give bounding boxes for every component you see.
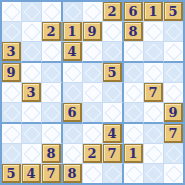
given-tile: 8 [124, 22, 143, 41]
cell-r2c5: 9 [83, 22, 103, 42]
cell-diamond-pattern [104, 84, 121, 101]
cell-diamond-pattern [165, 23, 182, 40]
given-tile: 3 [2, 42, 21, 61]
cell-diamond-pattern [165, 43, 182, 60]
cell-diamond-pattern [145, 43, 162, 60]
cell-diamond-pattern [23, 145, 40, 162]
cell-r7c3[interactable] [42, 124, 63, 144]
cell-diamond-pattern [64, 3, 81, 20]
cell-diamond-pattern [3, 104, 20, 121]
cell-diamond-pattern [165, 64, 182, 81]
cell-r9c3: 7 [42, 164, 63, 183]
cell-r6c4: 6 [63, 103, 83, 124]
cell-r2c9[interactable] [164, 22, 183, 42]
given-tile: 1 [144, 2, 163, 21]
cell-r9c2: 4 [22, 164, 42, 183]
cell-diamond-pattern [43, 125, 60, 142]
cell-diamond-pattern [84, 125, 101, 142]
cell-r5c7[interactable] [124, 83, 144, 103]
cell-r8c4[interactable] [63, 144, 83, 164]
cell-diamond-pattern [84, 3, 101, 20]
cell-r5c8: 7 [144, 83, 164, 103]
given-tile: 2 [103, 2, 122, 21]
cell-r7c7[interactable] [124, 124, 144, 144]
cell-r5c2: 3 [22, 83, 42, 103]
cell-diamond-pattern [145, 145, 162, 162]
cell-r1c4[interactable] [63, 2, 83, 22]
cell-r4c9[interactable] [164, 63, 183, 83]
cell-r1c5[interactable] [83, 2, 103, 22]
cell-r6c7[interactable] [124, 103, 144, 124]
cell-r2c7: 8 [124, 22, 144, 42]
given-tile: 7 [144, 83, 163, 102]
cell-diamond-pattern [84, 84, 101, 101]
cell-r3c7[interactable] [124, 42, 144, 63]
cell-r1c3[interactable] [42, 2, 63, 22]
cell-diamond-pattern [43, 3, 60, 20]
cell-r3c2[interactable] [22, 42, 42, 63]
cell-diamond-pattern [3, 84, 20, 101]
cell-r7c8[interactable] [144, 124, 164, 144]
cell-r3c6[interactable] [103, 42, 124, 63]
cell-r7c4[interactable] [63, 124, 83, 144]
given-tile: 7 [164, 124, 183, 143]
cell-r4c7[interactable] [124, 63, 144, 83]
cell-diamond-pattern [165, 145, 182, 162]
cell-r6c1[interactable] [2, 103, 22, 124]
given-tile: 2 [83, 144, 102, 163]
cell-r2c3: 2 [42, 22, 63, 42]
cell-r7c9: 7 [164, 124, 183, 144]
cell-diamond-pattern [23, 125, 40, 142]
cell-diamond-pattern [104, 43, 121, 60]
cell-r2c4: 1 [63, 22, 83, 42]
cell-r1c6: 2 [103, 2, 124, 22]
given-tile: 8 [63, 164, 82, 183]
cell-r5c9[interactable] [164, 83, 183, 103]
given-tile: 7 [42, 164, 61, 183]
cell-diamond-pattern [23, 104, 40, 121]
cell-r3c9[interactable] [164, 42, 183, 63]
cell-r9c6[interactable] [103, 164, 124, 183]
cell-diamond-pattern [23, 23, 40, 40]
cell-diamond-pattern [145, 64, 162, 81]
cell-diamond-pattern [145, 165, 162, 182]
cell-r7c2[interactable] [22, 124, 42, 144]
cell-diamond-pattern [3, 125, 20, 142]
cell-r6c9: 9 [164, 103, 183, 124]
cell-r2c1[interactable] [2, 22, 22, 42]
cell-r3c8[interactable] [144, 42, 164, 63]
given-tile: 7 [103, 144, 122, 163]
given-tile: 5 [164, 2, 183, 21]
cell-diamond-pattern [165, 84, 182, 101]
cell-r4c5[interactable] [83, 63, 103, 83]
given-tile: 5 [2, 164, 21, 183]
cell-r6c6[interactable] [103, 103, 124, 124]
given-tile: 8 [42, 144, 61, 163]
cell-diamond-pattern [84, 64, 101, 81]
cell-r8c6: 7 [103, 144, 124, 164]
given-tile: 9 [83, 22, 102, 41]
given-tile: 1 [63, 22, 82, 41]
cell-r6c5[interactable] [83, 103, 103, 124]
cell-diamond-pattern [125, 165, 142, 182]
cell-r4c6: 5 [103, 63, 124, 83]
cell-r9c4: 8 [63, 164, 83, 183]
cell-r3c3[interactable] [42, 42, 63, 63]
cell-r8c1[interactable] [2, 144, 22, 164]
cell-r4c1: 9 [2, 63, 22, 83]
cell-r2c6[interactable] [103, 22, 124, 42]
cell-diamond-pattern [23, 3, 40, 20]
cell-r4c2[interactable] [22, 63, 42, 83]
cell-r5c5[interactable] [83, 83, 103, 103]
cell-r7c1[interactable] [2, 124, 22, 144]
cell-diamond-pattern [43, 64, 60, 81]
cell-diamond-pattern [104, 104, 121, 121]
cell-r1c2[interactable] [22, 2, 42, 22]
cell-r2c2[interactable] [22, 22, 42, 42]
cell-diamond-pattern [145, 125, 162, 142]
cell-diamond-pattern [3, 3, 20, 20]
cell-diamond-pattern [43, 104, 60, 121]
cell-diamond-pattern [104, 165, 121, 182]
cell-diamond-pattern [23, 43, 40, 60]
cell-r9c8[interactable] [144, 164, 164, 183]
cell-r5c3[interactable] [42, 83, 63, 103]
cell-diamond-pattern [3, 145, 20, 162]
cell-diamond-pattern [104, 23, 121, 40]
cell-r4c3[interactable] [42, 63, 63, 83]
cell-r1c8: 1 [144, 2, 164, 22]
cell-diamond-pattern [125, 104, 142, 121]
cell-diamond-pattern [43, 43, 60, 60]
cell-diamond-pattern [125, 43, 142, 60]
cell-diamond-pattern [145, 104, 162, 121]
cell-r4c8[interactable] [144, 63, 164, 83]
given-tile: 9 [2, 63, 21, 82]
cell-diamond-pattern [64, 64, 81, 81]
cell-r9c1: 5 [2, 164, 22, 183]
cell-diamond-pattern [3, 23, 20, 40]
given-tile: 3 [22, 83, 41, 102]
given-tile: 5 [103, 63, 122, 82]
cell-r3c5[interactable] [83, 42, 103, 63]
cell-r5c1[interactable] [2, 83, 22, 103]
cell-r6c2[interactable] [22, 103, 42, 124]
cell-diamond-pattern [125, 125, 142, 142]
cell-r3c1: 3 [2, 42, 22, 63]
cell-diamond-pattern [43, 84, 60, 101]
cell-r8c7: 1 [124, 144, 144, 164]
cell-r3c4: 4 [63, 42, 83, 63]
cell-r2c8[interactable] [144, 22, 164, 42]
given-tile: 4 [22, 164, 41, 183]
cell-r8c5: 2 [83, 144, 103, 164]
cell-r5c4[interactable] [63, 83, 83, 103]
given-tile: 9 [164, 103, 183, 122]
cell-r1c9: 5 [164, 2, 183, 22]
cell-r1c7: 6 [124, 2, 144, 22]
given-tile: 2 [42, 22, 61, 41]
cell-r5c6[interactable] [103, 83, 124, 103]
sudoku-board: 26152198349537694782715478 [0, 0, 185, 185]
cell-diamond-pattern [165, 165, 182, 182]
cell-r4c4[interactable] [63, 63, 83, 83]
given-tile: 1 [124, 144, 143, 163]
cell-r8c3: 8 [42, 144, 63, 164]
given-tile: 6 [63, 103, 82, 122]
cell-r9c7[interactable] [124, 164, 144, 183]
cell-diamond-pattern [84, 165, 101, 182]
cell-diamond-pattern [64, 145, 81, 162]
cell-r9c5[interactable] [83, 164, 103, 183]
given-tile: 4 [63, 42, 82, 61]
cell-diamond-pattern [84, 43, 101, 60]
given-tile: 6 [124, 2, 143, 21]
cell-r8c2[interactable] [22, 144, 42, 164]
cell-r9c9[interactable] [164, 164, 183, 183]
given-tile: 4 [103, 124, 122, 143]
cell-diamond-pattern [145, 23, 162, 40]
cell-diamond-pattern [64, 84, 81, 101]
cell-diamond-pattern [64, 125, 81, 142]
cell-r1c1[interactable] [2, 2, 22, 22]
cell-r8c8[interactable] [144, 144, 164, 164]
cell-r6c8[interactable] [144, 103, 164, 124]
cell-r7c6: 4 [103, 124, 124, 144]
cell-diamond-pattern [23, 64, 40, 81]
cell-r8c9[interactable] [164, 144, 183, 164]
cell-diamond-pattern [125, 64, 142, 81]
cell-r7c5[interactable] [83, 124, 103, 144]
cell-diamond-pattern [84, 104, 101, 121]
cell-diamond-pattern [125, 84, 142, 101]
cell-r6c3[interactable] [42, 103, 63, 124]
